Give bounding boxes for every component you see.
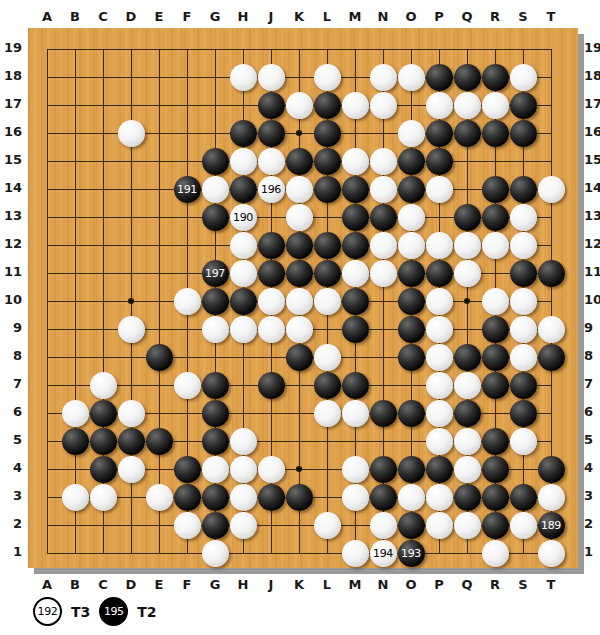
stone-O14[interactable] [398, 176, 425, 203]
stone-O13[interactable] [398, 204, 425, 231]
stone-C7[interactable] [90, 372, 117, 399]
stone-J4[interactable] [258, 456, 285, 483]
stone-J14[interactable]: 196 [258, 176, 285, 203]
col-label-bottom-N: N [374, 577, 392, 592]
stone-O16[interactable] [398, 120, 425, 147]
col-label-bottom-S: S [514, 577, 532, 592]
stone-H4[interactable] [230, 456, 257, 483]
stone-K8[interactable] [286, 344, 313, 371]
col-label-top-T: T [542, 9, 560, 24]
col-label-top-J: J [262, 9, 280, 24]
col-label-bottom-P: P [430, 577, 448, 592]
stone-L14[interactable] [314, 176, 341, 203]
col-label-top-O: O [402, 9, 420, 24]
stone-Q11[interactable] [454, 260, 481, 287]
stone-S3[interactable] [510, 484, 537, 511]
stone-H15[interactable] [230, 148, 257, 175]
stone-R7[interactable] [482, 372, 509, 399]
col-label-top-G: G [206, 9, 224, 24]
col-label-bottom-J: J [262, 577, 280, 592]
stone-O2[interactable] [398, 512, 425, 539]
row-label-left-9: 9 [0, 320, 22, 335]
col-label-bottom-G: G [206, 577, 224, 592]
hoshi-point [296, 466, 302, 472]
col-label-bottom-T: T [542, 577, 560, 592]
stone-N14[interactable] [370, 176, 397, 203]
stone-Q6[interactable] [454, 400, 481, 427]
stone-M17[interactable] [342, 92, 369, 119]
row-label-right-3: 3 [584, 488, 600, 503]
stone-F10[interactable] [174, 288, 201, 315]
stone-Q18[interactable] [454, 64, 481, 91]
row-label-right-15: 15 [584, 152, 600, 167]
col-label-bottom-F: F [178, 577, 196, 592]
stone-O18[interactable] [398, 64, 425, 91]
col-label-top-F: F [178, 9, 196, 24]
go-app-screen: 191196190197189194193 AABBCCDDEEFFGGHHJJ… [0, 0, 600, 635]
stone-K14[interactable] [286, 176, 313, 203]
col-label-top-N: N [374, 9, 392, 24]
row-label-left-8: 8 [0, 348, 22, 363]
stone-E5[interactable] [146, 428, 173, 455]
row-label-right-4: 4 [584, 460, 600, 475]
stone-K10[interactable] [286, 288, 313, 315]
col-label-top-B: B [66, 9, 84, 24]
stone-M15[interactable] [342, 148, 369, 175]
stone-S9[interactable] [510, 316, 537, 343]
row-label-right-12: 12 [584, 236, 600, 251]
stone-F7[interactable] [174, 372, 201, 399]
caption-stone-195: 195 [99, 597, 128, 626]
stone-N2[interactable] [370, 512, 397, 539]
stone-P8[interactable] [426, 344, 453, 371]
stone-K12[interactable] [286, 232, 313, 259]
stone-S2[interactable] [510, 512, 537, 539]
stone-N3[interactable] [370, 484, 397, 511]
col-label-top-K: K [290, 9, 308, 24]
stone-N12[interactable] [370, 232, 397, 259]
col-label-bottom-A: A [38, 577, 56, 592]
stone-J7[interactable] [258, 372, 285, 399]
stone-E8[interactable] [146, 344, 173, 371]
stone-M14[interactable] [342, 176, 369, 203]
stone-L18[interactable] [314, 64, 341, 91]
stone-J15[interactable] [258, 148, 285, 175]
stone-H5[interactable] [230, 428, 257, 455]
col-label-bottom-D: D [122, 577, 140, 592]
stone-B3[interactable] [62, 484, 89, 511]
stone-J18[interactable] [258, 64, 285, 91]
row-label-left-5: 5 [0, 432, 22, 447]
col-label-bottom-L: L [318, 577, 336, 592]
stone-P4[interactable] [426, 456, 453, 483]
stone-G2[interactable] [202, 512, 229, 539]
stone-S13[interactable] [510, 204, 537, 231]
stone-P16[interactable] [426, 120, 453, 147]
stone-Q4[interactable] [454, 456, 481, 483]
stone-S5[interactable] [510, 428, 537, 455]
stone-P6[interactable] [426, 400, 453, 427]
stone-T4[interactable] [538, 456, 565, 483]
col-label-top-Q: Q [458, 9, 476, 24]
row-label-left-6: 6 [0, 404, 22, 419]
stone-J12[interactable] [258, 232, 285, 259]
stone-J11[interactable] [258, 260, 285, 287]
stone-R17[interactable] [482, 92, 509, 119]
row-label-right-5: 5 [584, 432, 600, 447]
stone-P3[interactable] [426, 484, 453, 511]
stone-L7[interactable] [314, 372, 341, 399]
stone-R14[interactable] [482, 176, 509, 203]
col-label-bottom-K: K [290, 577, 308, 592]
stone-G10[interactable] [202, 288, 229, 315]
row-label-left-13: 13 [0, 208, 22, 223]
col-label-top-M: M [346, 9, 364, 24]
row-label-left-12: 12 [0, 236, 22, 251]
stone-B6[interactable] [62, 400, 89, 427]
stone-H3[interactable] [230, 484, 257, 511]
stone-Q13[interactable] [454, 204, 481, 231]
grid-line-horizontal [47, 553, 552, 554]
stone-S10[interactable] [510, 288, 537, 315]
stone-S18[interactable] [510, 64, 537, 91]
stone-K13[interactable] [286, 204, 313, 231]
stone-H16[interactable] [230, 120, 257, 147]
stone-Q16[interactable] [454, 120, 481, 147]
stone-O11[interactable] [398, 260, 425, 287]
row-label-right-10: 10 [584, 292, 600, 307]
row-label-left-15: 15 [0, 152, 22, 167]
stone-O6[interactable] [398, 400, 425, 427]
stone-L16[interactable] [314, 120, 341, 147]
stone-C3[interactable] [90, 484, 117, 511]
row-label-right-18: 18 [584, 68, 600, 83]
stone-P12[interactable] [426, 232, 453, 259]
col-label-top-H: H [234, 9, 252, 24]
row-label-left-4: 4 [0, 460, 22, 475]
stone-D5[interactable] [118, 428, 145, 455]
stone-O1[interactable]: 193 [398, 540, 425, 567]
stone-F2[interactable] [174, 512, 201, 539]
stone-G5[interactable] [202, 428, 229, 455]
stone-J17[interactable] [258, 92, 285, 119]
row-label-left-7: 7 [0, 376, 22, 391]
stone-M10[interactable] [342, 288, 369, 315]
stone-K15[interactable] [286, 148, 313, 175]
row-label-right-2: 2 [584, 516, 600, 531]
stone-R8[interactable] [482, 344, 509, 371]
stone-G14[interactable] [202, 176, 229, 203]
col-label-top-A: A [38, 9, 56, 24]
stone-R13[interactable] [482, 204, 509, 231]
col-label-top-P: P [430, 9, 448, 24]
row-label-right-1: 1 [584, 544, 600, 559]
col-label-top-L: L [318, 9, 336, 24]
stone-H13[interactable]: 190 [230, 204, 257, 231]
stone-L11[interactable] [314, 260, 341, 287]
stone-H10[interactable] [230, 288, 257, 315]
stone-C6[interactable] [90, 400, 117, 427]
stone-R3[interactable] [482, 484, 509, 511]
stone-T2[interactable]: 189 [538, 512, 565, 539]
row-label-right-19: 19 [584, 40, 600, 55]
stone-T11[interactable] [538, 260, 565, 287]
caption-coord-195: T2 [137, 604, 156, 620]
stone-P5[interactable] [426, 428, 453, 455]
stone-M6[interactable] [342, 400, 369, 427]
row-label-right-6: 6 [584, 404, 600, 419]
stone-L2[interactable] [314, 512, 341, 539]
stone-P11[interactable] [426, 260, 453, 287]
stone-E3[interactable] [146, 484, 173, 511]
col-label-bottom-M: M [346, 577, 364, 592]
stone-O12[interactable] [398, 232, 425, 259]
stone-S14[interactable] [510, 176, 537, 203]
stone-G4[interactable] [202, 456, 229, 483]
stone-S8[interactable] [510, 344, 537, 371]
col-label-top-S: S [514, 9, 532, 24]
stone-P17[interactable] [426, 92, 453, 119]
board-grid: 191196190197189194193 [47, 49, 552, 554]
hoshi-point [296, 130, 302, 136]
stone-N11[interactable] [370, 260, 397, 287]
stone-L8[interactable] [314, 344, 341, 371]
stone-N17[interactable] [370, 92, 397, 119]
stone-H12[interactable] [230, 232, 257, 259]
stone-M12[interactable] [342, 232, 369, 259]
stone-M4[interactable] [342, 456, 369, 483]
stone-C4[interactable] [90, 456, 117, 483]
stone-M3[interactable] [342, 484, 369, 511]
stone-R16[interactable] [482, 120, 509, 147]
stone-O4[interactable] [398, 456, 425, 483]
stone-D6[interactable] [118, 400, 145, 427]
row-label-right-11: 11 [584, 264, 600, 279]
stone-L15[interactable] [314, 148, 341, 175]
row-label-left-19: 19 [0, 40, 22, 55]
stone-Q8[interactable] [454, 344, 481, 371]
stone-P9[interactable] [426, 316, 453, 343]
stone-K11[interactable] [286, 260, 313, 287]
stone-F14[interactable]: 191 [174, 176, 201, 203]
stone-H2[interactable] [230, 512, 257, 539]
row-label-right-14: 14 [584, 180, 600, 195]
stone-Q3[interactable] [454, 484, 481, 511]
stone-J3[interactable] [258, 484, 285, 511]
row-label-left-17: 17 [0, 96, 22, 111]
stone-G6[interactable] [202, 400, 229, 427]
stone-Q17[interactable] [454, 92, 481, 119]
stone-T3[interactable] [538, 484, 565, 511]
col-label-bottom-O: O [402, 577, 420, 592]
stone-R9[interactable] [482, 316, 509, 343]
stone-D9[interactable] [118, 316, 145, 343]
caption-stone-192: 192 [33, 597, 62, 626]
stone-C5[interactable] [90, 428, 117, 455]
stone-G11[interactable]: 197 [202, 260, 229, 287]
stone-H18[interactable] [230, 64, 257, 91]
stone-G3[interactable] [202, 484, 229, 511]
stone-O8[interactable] [398, 344, 425, 371]
stone-G13[interactable] [202, 204, 229, 231]
row-label-right-8: 8 [584, 348, 600, 363]
stone-B5[interactable] [62, 428, 89, 455]
stone-N4[interactable] [370, 456, 397, 483]
stone-N15[interactable] [370, 148, 397, 175]
row-label-left-11: 11 [0, 264, 22, 279]
row-label-right-17: 17 [584, 96, 600, 111]
stone-T8[interactable] [538, 344, 565, 371]
stone-R18[interactable] [482, 64, 509, 91]
stone-O15[interactable] [398, 148, 425, 175]
stone-Q7[interactable] [454, 372, 481, 399]
go-board[interactable]: 191196190197189194193 [28, 28, 578, 568]
stone-G9[interactable] [202, 316, 229, 343]
stone-P15[interactable] [426, 148, 453, 175]
stone-G7[interactable] [202, 372, 229, 399]
row-label-left-3: 3 [0, 488, 22, 503]
stone-T9[interactable] [538, 316, 565, 343]
row-label-left-1: 1 [0, 544, 22, 559]
stone-T14[interactable] [538, 176, 565, 203]
stone-R2[interactable] [482, 512, 509, 539]
row-label-left-10: 10 [0, 292, 22, 307]
stone-M1[interactable] [342, 540, 369, 567]
col-label-bottom-E: E [150, 577, 168, 592]
stone-D4[interactable] [118, 456, 145, 483]
hoshi-point [128, 298, 134, 304]
stone-J10[interactable] [258, 288, 285, 315]
stone-F3[interactable] [174, 484, 201, 511]
stone-T1[interactable] [538, 540, 565, 567]
stone-R1[interactable] [482, 540, 509, 567]
stone-J16[interactable] [258, 120, 285, 147]
stone-H14[interactable] [230, 176, 257, 203]
stone-M11[interactable] [342, 260, 369, 287]
stone-D16[interactable] [118, 120, 145, 147]
caption: 192 T3 195 T2 [33, 597, 157, 626]
caption-coord-192: T3 [71, 604, 90, 620]
row-label-right-7: 7 [584, 376, 600, 391]
stone-K9[interactable] [286, 316, 313, 343]
row-label-right-13: 13 [584, 208, 600, 223]
col-label-top-C: C [94, 9, 112, 24]
col-label-bottom-H: H [234, 577, 252, 592]
col-label-bottom-R: R [486, 577, 504, 592]
stone-G15[interactable] [202, 148, 229, 175]
stone-S11[interactable] [510, 260, 537, 287]
stone-O3[interactable] [398, 484, 425, 511]
row-label-right-9: 9 [584, 320, 600, 335]
stone-S7[interactable] [510, 372, 537, 399]
stone-S16[interactable] [510, 120, 537, 147]
stone-R12[interactable] [482, 232, 509, 259]
stone-R5[interactable] [482, 428, 509, 455]
stone-L17[interactable] [314, 92, 341, 119]
hoshi-point [464, 298, 470, 304]
stone-M9[interactable] [342, 316, 369, 343]
stone-P18[interactable] [426, 64, 453, 91]
col-label-top-R: R [486, 9, 504, 24]
stone-P14[interactable] [426, 176, 453, 203]
col-label-bottom-C: C [94, 577, 112, 592]
col-label-bottom-B: B [66, 577, 84, 592]
stone-N13[interactable] [370, 204, 397, 231]
stone-L6[interactable] [314, 400, 341, 427]
row-label-left-14: 14 [0, 180, 22, 195]
stone-R10[interactable] [482, 288, 509, 315]
row-label-left-2: 2 [0, 516, 22, 531]
stone-Q12[interactable] [454, 232, 481, 259]
stone-H9[interactable] [230, 316, 257, 343]
stone-O10[interactable] [398, 288, 425, 315]
stone-Q5[interactable] [454, 428, 481, 455]
stone-P10[interactable] [426, 288, 453, 315]
stone-N18[interactable] [370, 64, 397, 91]
stone-F4[interactable] [174, 456, 201, 483]
stone-L12[interactable] [314, 232, 341, 259]
stone-H11[interactable] [230, 260, 257, 287]
stone-S12[interactable] [510, 232, 537, 259]
stone-K3[interactable] [286, 484, 313, 511]
row-label-left-18: 18 [0, 68, 22, 83]
col-label-top-D: D [122, 9, 140, 24]
stone-M13[interactable] [342, 204, 369, 231]
stone-J9[interactable] [258, 316, 285, 343]
stone-P2[interactable] [426, 512, 453, 539]
stone-O9[interactable] [398, 316, 425, 343]
stone-Q2[interactable] [454, 512, 481, 539]
stone-N6[interactable] [370, 400, 397, 427]
stone-R4[interactable] [482, 456, 509, 483]
col-label-bottom-Q: Q [458, 577, 476, 592]
stone-G1[interactable] [202, 540, 229, 567]
row-label-left-16: 16 [0, 124, 22, 139]
col-label-top-E: E [150, 9, 168, 24]
stone-K17[interactable] [286, 92, 313, 119]
stone-N1[interactable]: 194 [370, 540, 397, 567]
stone-P7[interactable] [426, 372, 453, 399]
stone-M7[interactable] [342, 372, 369, 399]
stone-S17[interactable] [510, 92, 537, 119]
row-label-right-16: 16 [584, 124, 600, 139]
stone-L10[interactable] [314, 288, 341, 315]
stone-S6[interactable] [510, 400, 537, 427]
